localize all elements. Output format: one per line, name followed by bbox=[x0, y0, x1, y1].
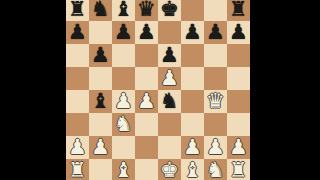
piece-white-pawn: ♟ bbox=[68, 136, 87, 159]
square-h4[interactable] bbox=[227, 90, 250, 113]
square-h2[interactable]: ♟ bbox=[227, 136, 250, 159]
square-c8[interactable]: ♝ bbox=[112, 0, 135, 21]
square-b2[interactable]: ♟ bbox=[89, 136, 112, 159]
square-c6[interactable] bbox=[112, 44, 135, 67]
square-d7[interactable]: ♟ bbox=[135, 21, 158, 44]
piece-black-queen: ♛ bbox=[137, 0, 156, 21]
piece-white-bishop: ♝ bbox=[183, 159, 202, 180]
square-e4[interactable]: ♞ bbox=[158, 90, 181, 113]
square-h1[interactable]: ♜ bbox=[227, 159, 250, 180]
square-f3[interactable] bbox=[181, 113, 204, 136]
chess-board: ♜♞♝♛♚♜♟♟♟♟♟♟♟♟♟♝♟♟♞♛♞♟♟♟♟♟♜♝♚♝♞♜ bbox=[66, 0, 250, 180]
square-b5[interactable] bbox=[89, 67, 112, 90]
square-f2[interactable]: ♟ bbox=[181, 136, 204, 159]
piece-black-pawn: ♟ bbox=[114, 21, 133, 44]
square-a3[interactable] bbox=[66, 113, 89, 136]
square-d1[interactable] bbox=[135, 159, 158, 180]
piece-black-pawn: ♟ bbox=[91, 44, 110, 67]
piece-black-pawn: ♟ bbox=[137, 21, 156, 44]
square-h7[interactable]: ♟ bbox=[227, 21, 250, 44]
square-f4[interactable] bbox=[181, 90, 204, 113]
square-d4[interactable]: ♟ bbox=[135, 90, 158, 113]
square-b6[interactable]: ♟ bbox=[89, 44, 112, 67]
square-b3[interactable] bbox=[89, 113, 112, 136]
square-a4[interactable] bbox=[66, 90, 89, 113]
square-f8[interactable] bbox=[181, 0, 204, 21]
square-e2[interactable] bbox=[158, 136, 181, 159]
square-a7[interactable]: ♟ bbox=[66, 21, 89, 44]
square-b4[interactable]: ♝ bbox=[89, 90, 112, 113]
piece-white-pawn: ♟ bbox=[137, 90, 156, 113]
square-a5[interactable] bbox=[66, 67, 89, 90]
square-g6[interactable] bbox=[204, 44, 227, 67]
square-g5[interactable] bbox=[204, 67, 227, 90]
piece-white-rook: ♜ bbox=[229, 159, 248, 180]
square-h8[interactable]: ♜ bbox=[227, 0, 250, 21]
piece-black-pawn: ♟ bbox=[183, 21, 202, 44]
square-e8[interactable]: ♚ bbox=[158, 0, 181, 21]
square-e1[interactable]: ♚ bbox=[158, 159, 181, 180]
square-d8[interactable]: ♛ bbox=[135, 0, 158, 21]
square-g4[interactable]: ♛ bbox=[204, 90, 227, 113]
piece-black-bishop: ♝ bbox=[91, 90, 110, 113]
piece-black-pawn: ♟ bbox=[229, 21, 248, 44]
square-g2[interactable]: ♟ bbox=[204, 136, 227, 159]
square-g7[interactable]: ♟ bbox=[204, 21, 227, 44]
square-h5[interactable] bbox=[227, 67, 250, 90]
square-c3[interactable]: ♞ bbox=[112, 113, 135, 136]
square-c7[interactable]: ♟ bbox=[112, 21, 135, 44]
square-f6[interactable] bbox=[181, 44, 204, 67]
square-h3[interactable] bbox=[227, 113, 250, 136]
square-d3[interactable] bbox=[135, 113, 158, 136]
piece-white-bishop: ♝ bbox=[114, 159, 133, 180]
piece-black-pawn: ♟ bbox=[160, 44, 179, 67]
piece-black-rook: ♜ bbox=[68, 0, 87, 21]
piece-black-knight: ♞ bbox=[91, 0, 110, 21]
piece-black-pawn: ♟ bbox=[206, 21, 225, 44]
piece-black-knight: ♞ bbox=[160, 90, 179, 113]
square-d2[interactable] bbox=[135, 136, 158, 159]
square-e7[interactable] bbox=[158, 21, 181, 44]
square-a1[interactable]: ♜ bbox=[66, 159, 89, 180]
square-c2[interactable] bbox=[112, 136, 135, 159]
square-f5[interactable] bbox=[181, 67, 204, 90]
square-f1[interactable]: ♝ bbox=[181, 159, 204, 180]
piece-white-queen: ♛ bbox=[206, 90, 225, 113]
piece-white-king: ♚ bbox=[160, 159, 179, 180]
piece-white-pawn: ♟ bbox=[183, 136, 202, 159]
video-frame: ♜♞♝♛♚♜♟♟♟♟♟♟♟♟♟♝♟♟♞♛♞♟♟♟♟♟♜♝♚♝♞♜ bbox=[0, 0, 320, 180]
square-g8[interactable] bbox=[204, 0, 227, 21]
square-e6[interactable]: ♟ bbox=[158, 44, 181, 67]
piece-white-knight: ♞ bbox=[206, 159, 225, 180]
square-c5[interactable] bbox=[112, 67, 135, 90]
piece-black-rook: ♜ bbox=[229, 0, 248, 21]
square-a6[interactable] bbox=[66, 44, 89, 67]
piece-white-pawn: ♟ bbox=[229, 136, 248, 159]
square-e5[interactable]: ♟ bbox=[158, 67, 181, 90]
square-d5[interactable] bbox=[135, 67, 158, 90]
piece-white-pawn: ♟ bbox=[160, 67, 179, 90]
piece-white-rook: ♜ bbox=[68, 159, 87, 180]
square-b1[interactable] bbox=[89, 159, 112, 180]
piece-black-king: ♚ bbox=[160, 0, 179, 21]
piece-white-knight: ♞ bbox=[114, 113, 133, 136]
square-h6[interactable] bbox=[227, 44, 250, 67]
piece-black-bishop: ♝ bbox=[114, 0, 133, 21]
square-g1[interactable]: ♞ bbox=[204, 159, 227, 180]
square-b7[interactable] bbox=[89, 21, 112, 44]
square-d6[interactable] bbox=[135, 44, 158, 67]
square-a2[interactable]: ♟ bbox=[66, 136, 89, 159]
piece-black-pawn: ♟ bbox=[68, 21, 87, 44]
piece-white-pawn: ♟ bbox=[206, 136, 225, 159]
piece-white-pawn: ♟ bbox=[91, 136, 110, 159]
square-a8[interactable]: ♜ bbox=[66, 0, 89, 21]
square-g3[interactable] bbox=[204, 113, 227, 136]
piece-white-pawn: ♟ bbox=[114, 90, 133, 113]
square-e3[interactable] bbox=[158, 113, 181, 136]
square-c4[interactable]: ♟ bbox=[112, 90, 135, 113]
square-f7[interactable]: ♟ bbox=[181, 21, 204, 44]
square-b8[interactable]: ♞ bbox=[89, 0, 112, 21]
square-c1[interactable]: ♝ bbox=[112, 159, 135, 180]
